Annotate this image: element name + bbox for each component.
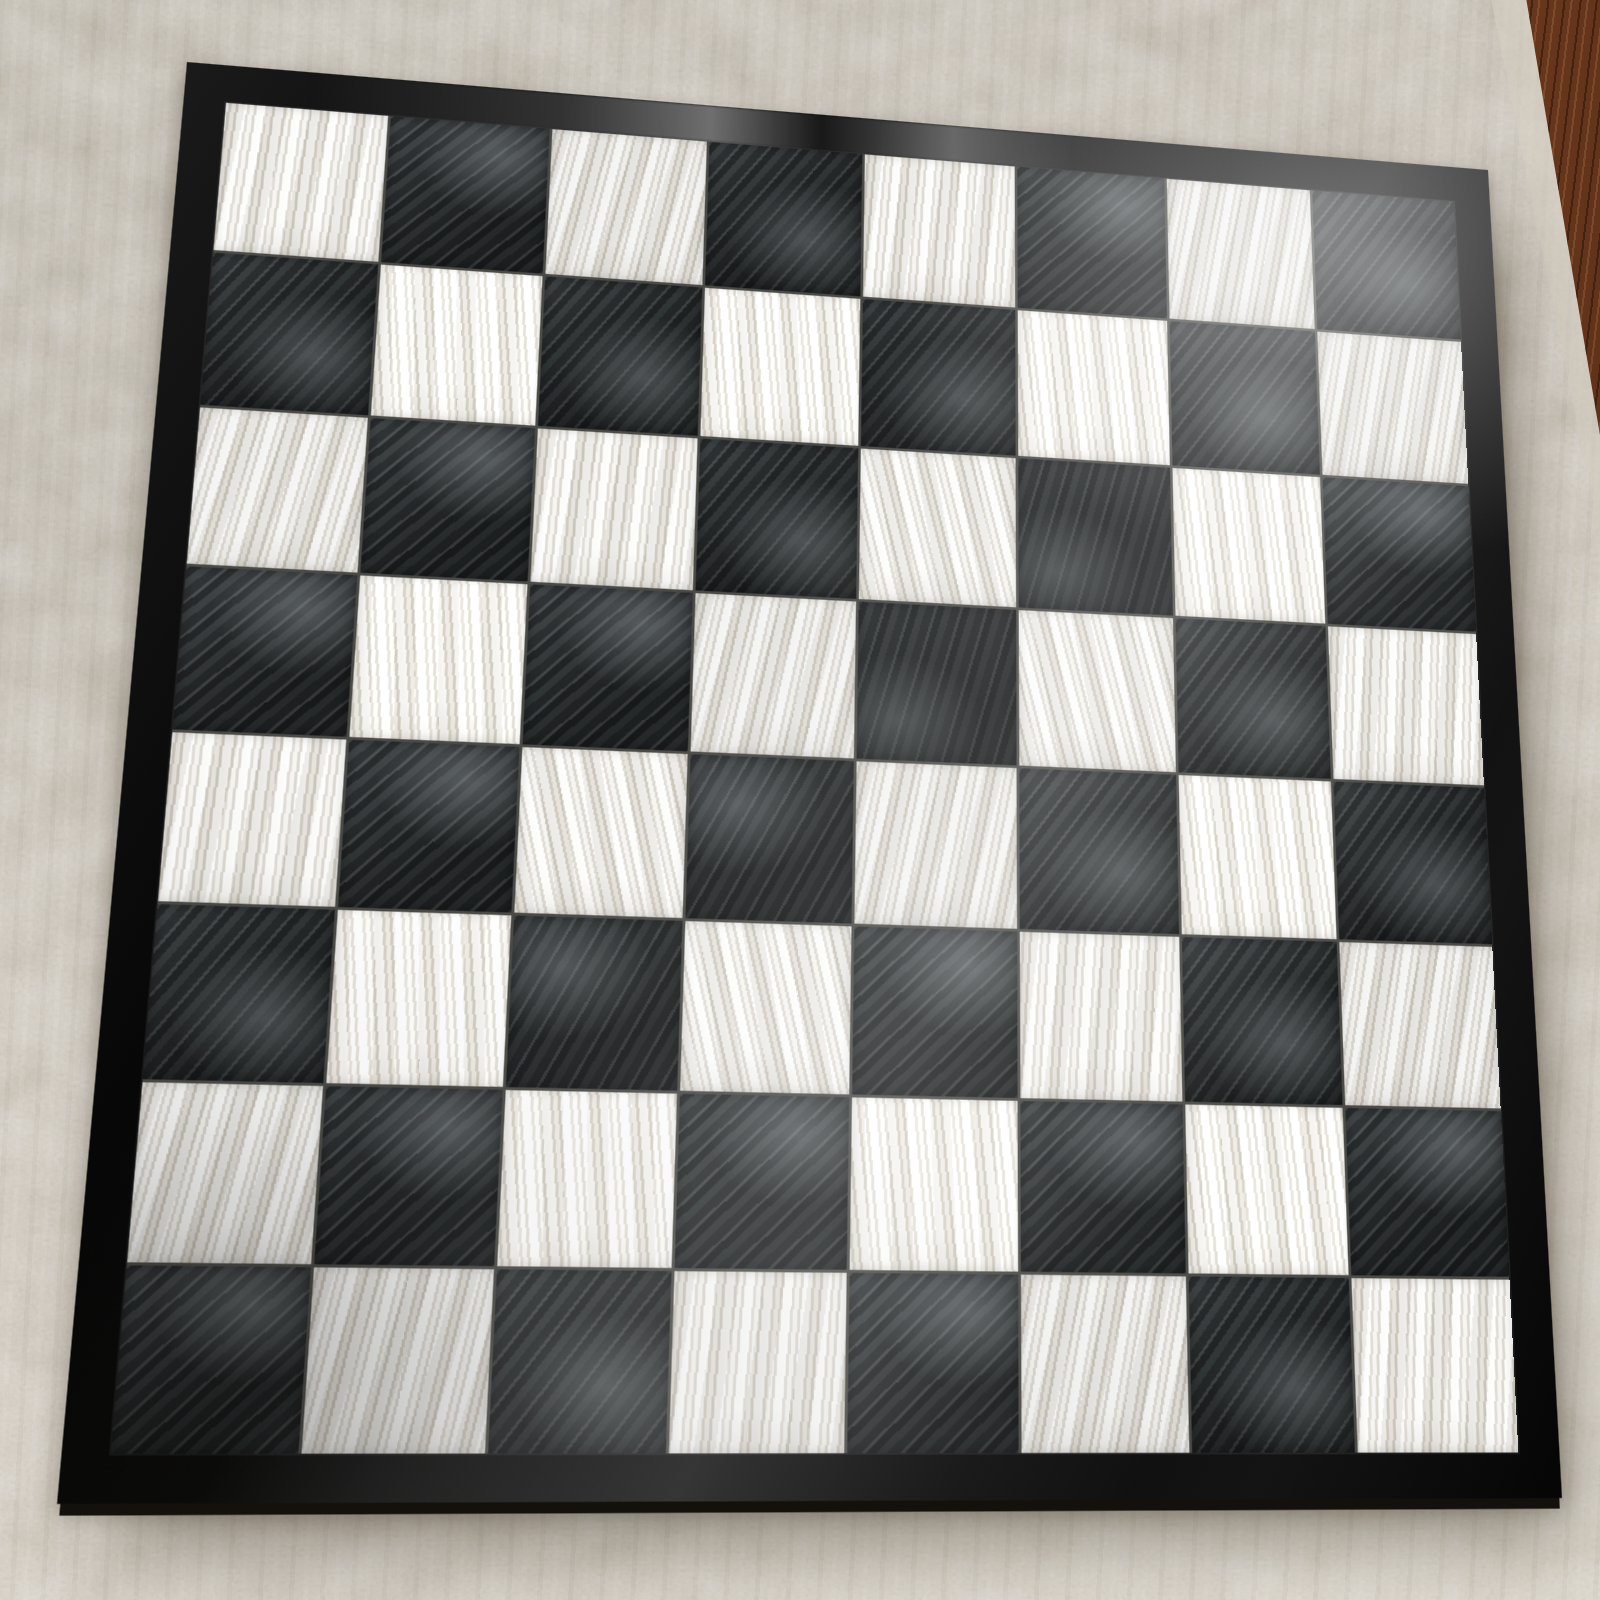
square-a5 <box>173 567 357 737</box>
square-g1 <box>1188 1277 1355 1453</box>
square-e3 <box>852 926 1017 1097</box>
square-f1 <box>1021 1275 1189 1453</box>
square-h8 <box>1313 191 1461 340</box>
square-e4 <box>854 761 1016 928</box>
square-a6 <box>187 407 368 573</box>
square-c5 <box>522 585 693 752</box>
square-h7 <box>1318 331 1469 483</box>
square-d5 <box>691 593 856 758</box>
chess-board <box>57 62 1562 1504</box>
square-e5 <box>857 602 1017 765</box>
square-b8 <box>381 116 549 273</box>
square-b3 <box>326 909 511 1086</box>
square-g6 <box>1172 467 1326 624</box>
square-f5 <box>1018 610 1175 772</box>
square-c8 <box>545 129 707 285</box>
square-e2 <box>850 1097 1018 1272</box>
square-d6 <box>696 438 858 599</box>
square-f2 <box>1020 1100 1185 1274</box>
square-b2 <box>314 1085 502 1266</box>
square-g3 <box>1181 937 1343 1105</box>
square-g7 <box>1169 321 1320 474</box>
square-e6 <box>859 448 1016 608</box>
square-d7 <box>701 287 861 445</box>
square-c7 <box>537 276 702 435</box>
square-b7 <box>371 264 542 425</box>
board-grid <box>111 103 1519 1454</box>
square-b6 <box>360 417 534 581</box>
square-e1 <box>847 1273 1018 1453</box>
square-d4 <box>686 754 854 923</box>
square-g2 <box>1185 1104 1349 1276</box>
square-a7 <box>200 252 377 414</box>
square-a2 <box>127 1081 323 1264</box>
square-f7 <box>1017 310 1169 465</box>
square-c4 <box>514 747 688 918</box>
square-d1 <box>669 1271 846 1453</box>
square-d8 <box>705 142 862 296</box>
square-a3 <box>143 904 335 1083</box>
square-h3 <box>1340 942 1501 1108</box>
square-h1 <box>1352 1278 1519 1452</box>
square-b1 <box>301 1268 493 1454</box>
square-c3 <box>505 915 683 1090</box>
square-a8 <box>214 103 388 262</box>
square-h4 <box>1334 782 1492 944</box>
square-b4 <box>338 740 519 912</box>
square-c6 <box>530 428 698 591</box>
scene <box>0 0 1600 1600</box>
square-f8 <box>1017 167 1166 318</box>
square-e8 <box>863 154 1015 307</box>
square-g5 <box>1175 619 1331 779</box>
square-a1 <box>111 1266 311 1454</box>
square-g8 <box>1166 179 1315 329</box>
square-e7 <box>861 299 1015 455</box>
square-g4 <box>1178 775 1337 939</box>
square-c1 <box>487 1270 672 1454</box>
square-d2 <box>675 1093 849 1270</box>
square-h5 <box>1328 627 1484 786</box>
square-f3 <box>1019 931 1181 1100</box>
square-c2 <box>496 1089 677 1268</box>
square-f4 <box>1019 768 1178 934</box>
square-h2 <box>1346 1107 1510 1277</box>
square-h6 <box>1323 477 1476 632</box>
square-a4 <box>158 732 346 906</box>
square-b5 <box>349 576 527 744</box>
square-f6 <box>1018 458 1172 616</box>
square-d3 <box>680 921 851 1094</box>
